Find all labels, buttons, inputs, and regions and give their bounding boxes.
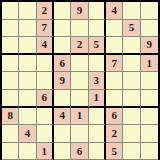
cell-r2c8[interactable]: 5 <box>123 20 140 38</box>
cell-r9c8[interactable] <box>123 143 140 160</box>
cell-r9c1[interactable] <box>2 143 19 160</box>
sudoku-board: 2947542596719361841642165 <box>0 0 160 160</box>
cell-r2c7[interactable] <box>106 20 123 38</box>
cell-r1c1[interactable] <box>2 2 19 20</box>
cell-r2c6[interactable] <box>89 20 106 38</box>
cell-r3c8[interactable] <box>123 37 140 55</box>
cell-r7c2[interactable] <box>19 108 36 126</box>
cell-r1c3[interactable]: 2 <box>37 2 54 20</box>
cell-r6c6[interactable]: 1 <box>89 90 106 108</box>
cell-r8c9[interactable] <box>141 125 158 143</box>
cell-r4c6[interactable] <box>89 55 106 73</box>
cell-r6c1[interactable] <box>2 90 19 108</box>
cell-r1c2[interactable] <box>19 2 36 20</box>
cell-r5c2[interactable] <box>19 72 36 90</box>
cell-r7c5[interactable]: 1 <box>71 108 88 126</box>
cell-r5c7[interactable] <box>106 72 123 90</box>
cell-r9c3[interactable]: 1 <box>37 143 54 160</box>
cell-r3c2[interactable] <box>19 37 36 55</box>
cell-r1c4[interactable] <box>54 2 71 20</box>
cell-r9c4[interactable] <box>54 143 71 160</box>
cell-r5c9[interactable] <box>141 72 158 90</box>
cell-r6c5[interactable] <box>71 90 88 108</box>
cell-r8c7[interactable]: 2 <box>106 125 123 143</box>
cell-r2c5[interactable] <box>71 20 88 38</box>
cell-r3c9[interactable]: 9 <box>141 37 158 55</box>
cell-r2c3[interactable]: 7 <box>37 20 54 38</box>
cell-r8c3[interactable] <box>37 125 54 143</box>
cell-r5c8[interactable] <box>123 72 140 90</box>
cell-r3c7[interactable] <box>106 37 123 55</box>
cell-r1c6[interactable] <box>89 2 106 20</box>
cell-r8c4[interactable] <box>54 125 71 143</box>
cell-r7c1[interactable]: 8 <box>2 108 19 126</box>
cell-r6c9[interactable] <box>141 90 158 108</box>
cell-r3c6[interactable]: 5 <box>89 37 106 55</box>
cell-r2c4[interactable] <box>54 20 71 38</box>
cell-r6c7[interactable] <box>106 90 123 108</box>
cell-r4c9[interactable]: 1 <box>141 55 158 73</box>
cell-r7c4[interactable]: 4 <box>54 108 71 126</box>
cell-r1c8[interactable] <box>123 2 140 20</box>
cell-r6c8[interactable] <box>123 90 140 108</box>
cell-r2c1[interactable] <box>2 20 19 38</box>
cell-r7c3[interactable] <box>37 108 54 126</box>
cell-r6c4[interactable] <box>54 90 71 108</box>
cell-r4c3[interactable] <box>37 55 54 73</box>
cell-r3c5[interactable]: 2 <box>71 37 88 55</box>
cell-r2c9[interactable] <box>141 20 158 38</box>
cell-r1c5[interactable]: 9 <box>71 2 88 20</box>
cell-r3c4[interactable] <box>54 37 71 55</box>
cell-r8c8[interactable] <box>123 125 140 143</box>
cell-r7c9[interactable] <box>141 108 158 126</box>
cell-r4c7[interactable]: 7 <box>106 55 123 73</box>
cell-r8c1[interactable] <box>2 125 19 143</box>
cell-r6c2[interactable] <box>19 90 36 108</box>
cell-r9c7[interactable]: 5 <box>106 143 123 160</box>
cell-r4c1[interactable] <box>2 55 19 73</box>
cell-r8c5[interactable] <box>71 125 88 143</box>
cell-r1c9[interactable] <box>141 2 158 20</box>
cell-r5c5[interactable] <box>71 72 88 90</box>
cell-r8c2[interactable]: 4 <box>19 125 36 143</box>
cell-r3c1[interactable] <box>2 37 19 55</box>
cell-r5c3[interactable] <box>37 72 54 90</box>
cell-r4c8[interactable] <box>123 55 140 73</box>
cell-r8c6[interactable] <box>89 125 106 143</box>
cell-r4c5[interactable] <box>71 55 88 73</box>
cell-r3c3[interactable]: 4 <box>37 37 54 55</box>
cell-r4c4[interactable]: 6 <box>54 55 71 73</box>
cell-r5c6[interactable]: 3 <box>89 72 106 90</box>
cell-r9c5[interactable]: 6 <box>71 143 88 160</box>
cell-r5c4[interactable]: 9 <box>54 72 71 90</box>
cell-r2c2[interactable] <box>19 20 36 38</box>
cell-r9c2[interactable] <box>19 143 36 160</box>
cell-r6c3[interactable]: 6 <box>37 90 54 108</box>
cell-r5c1[interactable] <box>2 72 19 90</box>
cell-r9c6[interactable] <box>89 143 106 160</box>
cell-r1c7[interactable]: 4 <box>106 2 123 20</box>
cell-r4c2[interactable] <box>19 55 36 73</box>
cell-r9c9[interactable] <box>141 143 158 160</box>
cell-r7c8[interactable] <box>123 108 140 126</box>
cell-r7c6[interactable] <box>89 108 106 126</box>
cell-r7c7[interactable]: 6 <box>106 108 123 126</box>
